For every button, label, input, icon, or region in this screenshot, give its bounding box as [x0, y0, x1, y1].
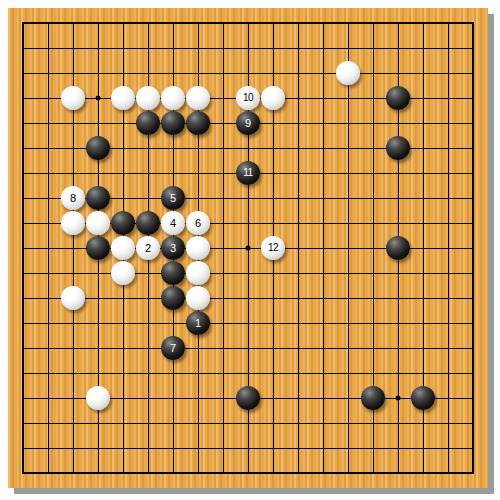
star-point — [396, 396, 401, 401]
move-number: 8 — [70, 193, 76, 204]
white-stone[interactable] — [336, 61, 360, 85]
white-stone[interactable] — [186, 86, 210, 110]
black-stone[interactable] — [161, 261, 185, 285]
white-stone[interactable] — [261, 86, 285, 110]
black-stone[interactable] — [411, 386, 435, 410]
white-stone[interactable] — [61, 286, 85, 310]
grid-line-vertical — [298, 23, 299, 474]
black-stone[interactable] — [361, 386, 385, 410]
move-number: 11 — [243, 168, 252, 178]
white-stone[interactable] — [186, 236, 210, 260]
grid-line-horizontal — [23, 373, 474, 374]
move-number: 1 — [195, 318, 201, 329]
move-number: 4 — [170, 218, 176, 229]
black-stone[interactable] — [86, 186, 110, 210]
move-number: 10 — [243, 93, 253, 103]
grid-line-horizontal — [23, 323, 474, 324]
white-stone[interactable]: 8 — [61, 186, 85, 210]
black-stone[interactable] — [136, 211, 160, 235]
black-stone[interactable]: 9 — [236, 111, 260, 135]
white-stone[interactable]: 4 — [161, 211, 185, 235]
grid-line-horizontal — [23, 423, 474, 424]
white-stone[interactable]: 2 — [136, 236, 160, 260]
white-stone[interactable] — [186, 261, 210, 285]
white-stone[interactable]: 10 — [236, 86, 260, 110]
white-stone[interactable] — [111, 261, 135, 285]
grid-line-vertical — [473, 23, 474, 474]
grid-line-horizontal — [23, 298, 474, 299]
white-stone[interactable] — [61, 211, 85, 235]
white-stone[interactable]: 12 — [261, 236, 285, 260]
black-stone[interactable]: 1 — [186, 311, 210, 335]
move-number: 2 — [145, 243, 151, 254]
grid-line-vertical — [348, 23, 349, 474]
grid-line-vertical — [323, 23, 324, 474]
black-stone[interactable]: 5 — [161, 186, 185, 210]
white-stone[interactable] — [111, 236, 135, 260]
move-number: 3 — [170, 243, 176, 254]
grid-line-horizontal — [23, 473, 474, 474]
black-stone[interactable] — [386, 86, 410, 110]
black-stone[interactable] — [386, 236, 410, 260]
black-stone[interactable]: 7 — [161, 336, 185, 360]
white-stone[interactable] — [161, 86, 185, 110]
white-stone[interactable] — [86, 386, 110, 410]
black-stone[interactable] — [236, 386, 260, 410]
go-board[interactable]: 109118546231217 — [8, 8, 488, 488]
black-stone[interactable] — [136, 111, 160, 135]
black-stone[interactable] — [161, 286, 185, 310]
move-number: 6 — [195, 218, 201, 229]
move-number: 12 — [268, 243, 278, 253]
star-point — [96, 96, 101, 101]
grid-line-horizontal — [23, 273, 474, 274]
black-stone[interactable]: 11 — [236, 161, 260, 185]
black-stone[interactable]: 3 — [161, 236, 185, 260]
white-stone[interactable] — [61, 86, 85, 110]
page: { "game": "go", "board": { "size": 19, "… — [0, 0, 500, 500]
star-point — [246, 246, 251, 251]
grid-line-vertical — [448, 23, 449, 474]
black-stone[interactable] — [111, 211, 135, 235]
move-number: 9 — [245, 118, 251, 129]
white-stone[interactable] — [186, 286, 210, 310]
white-stone[interactable] — [86, 211, 110, 235]
grid-line-horizontal — [23, 448, 474, 449]
black-stone[interactable] — [86, 136, 110, 160]
white-stone[interactable] — [136, 86, 160, 110]
white-stone[interactable] — [111, 86, 135, 110]
move-number: 5 — [170, 193, 176, 204]
black-stone[interactable] — [161, 111, 185, 135]
move-number: 7 — [170, 343, 176, 354]
black-stone[interactable] — [386, 136, 410, 160]
black-stone[interactable] — [86, 236, 110, 260]
grid-line-horizontal — [23, 348, 474, 349]
white-stone[interactable]: 6 — [186, 211, 210, 235]
black-stone[interactable] — [186, 111, 210, 135]
